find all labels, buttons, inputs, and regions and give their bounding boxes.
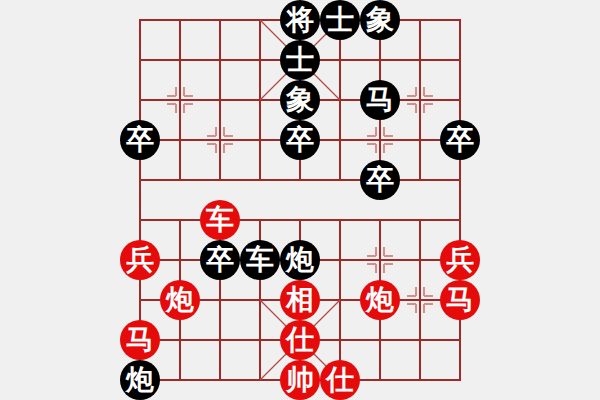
piece-red-advisor[interactable]: 仕 <box>280 320 320 360</box>
piece-black-cannon[interactable]: 炮 <box>280 240 320 280</box>
piece-red-general[interactable]: 帅 <box>280 360 320 400</box>
piece-black-cannon[interactable]: 炮 <box>120 360 160 400</box>
piece-red-cannon[interactable]: 炮 <box>360 280 400 320</box>
piece-black-chariot[interactable]: 车 <box>240 240 280 280</box>
piece-black-elephant[interactable]: 象 <box>280 80 320 120</box>
piece-red-horse[interactable]: 马 <box>440 280 480 320</box>
piece-black-elephant[interactable]: 象 <box>360 0 400 40</box>
piece-red-pawn[interactable]: 兵 <box>120 240 160 280</box>
piece-black-general[interactable]: 将 <box>280 0 320 40</box>
piece-red-elephant[interactable]: 相 <box>280 280 320 320</box>
xiangqi-board: 将士象士象马卒卒卒卒车兵卒车炮兵炮相炮马马仕炮帅仕 <box>0 0 600 400</box>
piece-black-horse[interactable]: 马 <box>360 80 400 120</box>
piece-black-pawn[interactable]: 卒 <box>120 120 160 160</box>
piece-red-pawn[interactable]: 兵 <box>440 240 480 280</box>
piece-red-advisor[interactable]: 仕 <box>320 360 360 400</box>
piece-black-pawn[interactable]: 卒 <box>280 120 320 160</box>
piece-red-cannon[interactable]: 炮 <box>160 280 200 320</box>
piece-red-horse[interactable]: 马 <box>120 320 160 360</box>
pieces-layer: 将士象士象马卒卒卒卒车兵卒车炮兵炮相炮马马仕炮帅仕 <box>0 0 600 400</box>
piece-black-advisor[interactable]: 士 <box>280 40 320 80</box>
piece-red-chariot[interactable]: 车 <box>200 200 240 240</box>
piece-black-advisor[interactable]: 士 <box>320 0 360 40</box>
piece-black-pawn[interactable]: 卒 <box>440 120 480 160</box>
piece-black-pawn[interactable]: 卒 <box>200 240 240 280</box>
piece-black-pawn[interactable]: 卒 <box>360 160 400 200</box>
